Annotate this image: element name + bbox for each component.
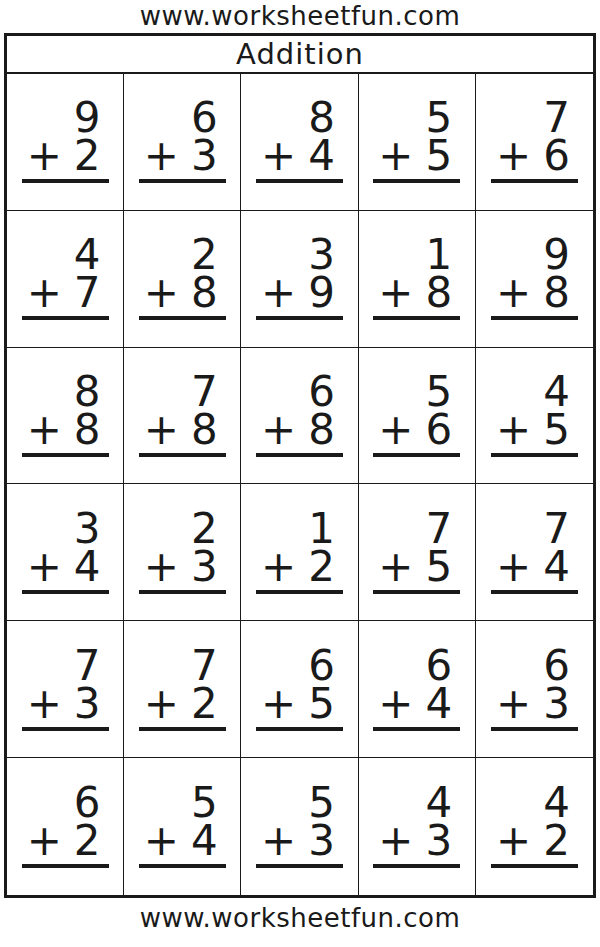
addition-problem: 5+5 — [373, 100, 460, 183]
problem-cell-r1c4: 5+5 — [359, 74, 476, 211]
bottom-addend: 4 — [425, 686, 452, 722]
problems-grid: 9+26+38+45+57+64+72+83+91+89+88+87+86+85… — [7, 74, 593, 895]
addition-problem: 8+4 — [256, 100, 343, 183]
bottom-row: +5 — [378, 549, 452, 585]
bottom-row: +3 — [144, 549, 218, 585]
bottom-row: +8 — [27, 412, 101, 448]
bottom-row: +9 — [261, 275, 335, 311]
problem-cell-r5c2: 7+2 — [124, 621, 241, 758]
plus-sign: + — [27, 686, 62, 722]
plus-sign: + — [261, 138, 296, 174]
bottom-addend: 3 — [191, 549, 218, 585]
bottom-row: +3 — [261, 823, 335, 859]
bottom-addend: 3 — [308, 823, 335, 859]
plus-sign: + — [261, 823, 296, 859]
plus-sign: + — [261, 549, 296, 585]
bottom-row: +8 — [144, 412, 218, 448]
bottom-addend: 5 — [425, 549, 452, 585]
bottom-addend: 8 — [74, 412, 101, 448]
bottom-addend: 3 — [543, 686, 570, 722]
bottom-addend: 2 — [543, 823, 570, 859]
bottom-row: +2 — [27, 138, 101, 174]
bottom-row: +2 — [144, 686, 218, 722]
problem-cell-r5c1: 7+3 — [7, 621, 124, 758]
addition-problem: 3+9 — [256, 237, 343, 320]
addition-problem: 7+5 — [373, 511, 460, 594]
bottom-addend: 3 — [425, 823, 452, 859]
plus-sign: + — [496, 412, 531, 448]
addition-problem: 6+3 — [491, 648, 578, 731]
problem-cell-r6c2: 5+4 — [124, 758, 241, 895]
addition-problem: 6+3 — [139, 100, 226, 183]
plus-sign: + — [144, 412, 179, 448]
problem-cell-r2c4: 1+8 — [359, 211, 476, 348]
addition-problem: 6+4 — [373, 648, 460, 731]
plus-sign: + — [378, 138, 413, 174]
plus-sign: + — [496, 138, 531, 174]
problem-cell-r2c3: 3+9 — [241, 211, 358, 348]
problem-cell-r4c1: 3+4 — [7, 484, 124, 621]
bottom-row: +8 — [261, 412, 335, 448]
problem-cell-r3c2: 7+8 — [124, 348, 241, 485]
bottom-row: +3 — [378, 823, 452, 859]
addition-problem: 9+8 — [491, 237, 578, 320]
bottom-row: +2 — [27, 823, 101, 859]
plus-sign: + — [261, 275, 296, 311]
problem-cell-r5c5: 6+3 — [476, 621, 593, 758]
bottom-addend: 5 — [425, 138, 452, 174]
bottom-row: +5 — [261, 686, 335, 722]
plus-sign: + — [144, 138, 179, 174]
problem-cell-r3c1: 8+8 — [7, 348, 124, 485]
problem-cell-r2c5: 9+8 — [476, 211, 593, 348]
bottom-addend: 9 — [308, 275, 335, 311]
problem-cell-r4c2: 2+3 — [124, 484, 241, 621]
problem-cell-r4c5: 7+4 — [476, 484, 593, 621]
bottom-addend: 8 — [191, 275, 218, 311]
problem-cell-r1c5: 7+6 — [476, 74, 593, 211]
addition-problem: 1+8 — [373, 237, 460, 320]
problem-cell-r3c4: 5+6 — [359, 348, 476, 485]
bottom-addend: 7 — [74, 275, 101, 311]
bottom-addend: 6 — [425, 412, 452, 448]
problem-cell-r4c3: 1+2 — [241, 484, 358, 621]
bottom-addend: 4 — [543, 549, 570, 585]
bottom-addend: 8 — [308, 412, 335, 448]
bottom-addend: 6 — [543, 138, 570, 174]
header-site-url: www.worksheetfun.com — [0, 1, 600, 31]
bottom-row: +5 — [496, 412, 570, 448]
bottom-addend: 4 — [74, 549, 101, 585]
plus-sign: + — [378, 549, 413, 585]
bottom-addend: 2 — [74, 823, 101, 859]
addition-problem: 5+4 — [139, 785, 226, 868]
problem-cell-r5c4: 6+4 — [359, 621, 476, 758]
bottom-row: +8 — [144, 275, 218, 311]
plus-sign: + — [27, 138, 62, 174]
problem-cell-r1c2: 6+3 — [124, 74, 241, 211]
plus-sign: + — [27, 549, 62, 585]
addition-problem: 6+2 — [22, 785, 109, 868]
bottom-addend: 4 — [308, 138, 335, 174]
footer-site-url: www.worksheetfun.com — [0, 903, 600, 933]
problem-cell-r3c3: 6+8 — [241, 348, 358, 485]
addition-problem: 3+4 — [22, 511, 109, 594]
bottom-addend: 4 — [191, 823, 218, 859]
addition-problem: 4+7 — [22, 237, 109, 320]
addition-problem: 4+2 — [491, 785, 578, 868]
plus-sign: + — [144, 686, 179, 722]
bottom-row: +2 — [261, 549, 335, 585]
addition-problem: 7+6 — [491, 100, 578, 183]
addition-problem: 7+4 — [491, 511, 578, 594]
addition-problem: 9+2 — [22, 100, 109, 183]
addition-problem: 5+3 — [256, 785, 343, 868]
bottom-addend: 3 — [74, 686, 101, 722]
problem-cell-r6c3: 5+3 — [241, 758, 358, 895]
bottom-row: +6 — [496, 138, 570, 174]
problem-cell-r6c5: 4+2 — [476, 758, 593, 895]
bottom-addend: 2 — [74, 138, 101, 174]
bottom-addend: 3 — [191, 138, 218, 174]
bottom-row: +2 — [496, 823, 570, 859]
addition-problem: 5+6 — [373, 374, 460, 457]
bottom-addend: 8 — [425, 275, 452, 311]
addition-problem: 6+8 — [256, 374, 343, 457]
bottom-addend: 2 — [308, 549, 335, 585]
bottom-row: +4 — [496, 549, 570, 585]
plus-sign: + — [496, 275, 531, 311]
addition-problem: 4+3 — [373, 785, 460, 868]
bottom-row: +4 — [378, 686, 452, 722]
worksheet-title: Addition — [7, 36, 593, 74]
problem-cell-r2c2: 2+8 — [124, 211, 241, 348]
plus-sign: + — [144, 275, 179, 311]
problem-cell-r6c1: 6+2 — [7, 758, 124, 895]
bottom-row: +6 — [378, 412, 452, 448]
worksheet-table: Addition 9+26+38+45+57+64+72+83+91+89+88… — [4, 33, 596, 898]
problem-cell-r6c4: 4+3 — [359, 758, 476, 895]
plus-sign: + — [496, 686, 531, 722]
addition-problem: 4+5 — [491, 374, 578, 457]
bottom-addend: 8 — [543, 275, 570, 311]
bottom-addend: 5 — [308, 686, 335, 722]
plus-sign: + — [378, 686, 413, 722]
bottom-row: +4 — [261, 138, 335, 174]
plus-sign: + — [378, 412, 413, 448]
bottom-row: +3 — [27, 686, 101, 722]
addition-problem: 1+2 — [256, 511, 343, 594]
problem-cell-r1c1: 9+2 — [7, 74, 124, 211]
addition-problem: 7+8 — [139, 374, 226, 457]
bottom-row: +5 — [378, 138, 452, 174]
plus-sign: + — [496, 549, 531, 585]
plus-sign: + — [27, 412, 62, 448]
bottom-addend: 2 — [191, 686, 218, 722]
plus-sign: + — [378, 823, 413, 859]
bottom-row: +8 — [496, 275, 570, 311]
plus-sign: + — [27, 823, 62, 859]
plus-sign: + — [378, 275, 413, 311]
problem-cell-r1c3: 8+4 — [241, 74, 358, 211]
bottom-row: +3 — [144, 138, 218, 174]
bottom-row: +4 — [27, 549, 101, 585]
addition-problem: 2+3 — [139, 511, 226, 594]
addition-problem: 7+3 — [22, 648, 109, 731]
bottom-row: +3 — [496, 686, 570, 722]
bottom-row: +4 — [144, 823, 218, 859]
bottom-addend: 5 — [543, 412, 570, 448]
addition-problem: 6+5 — [256, 648, 343, 731]
bottom-row: +7 — [27, 275, 101, 311]
plus-sign: + — [261, 686, 296, 722]
addition-problem: 7+2 — [139, 648, 226, 731]
addition-problem: 8+8 — [22, 374, 109, 457]
addition-problem: 2+8 — [139, 237, 226, 320]
problem-cell-r3c5: 4+5 — [476, 348, 593, 485]
problem-cell-r4c4: 7+5 — [359, 484, 476, 621]
bottom-row: +8 — [378, 275, 452, 311]
problem-cell-r2c1: 4+7 — [7, 211, 124, 348]
problem-cell-r5c3: 6+5 — [241, 621, 358, 758]
plus-sign: + — [27, 275, 62, 311]
plus-sign: + — [144, 823, 179, 859]
plus-sign: + — [144, 549, 179, 585]
bottom-addend: 8 — [191, 412, 218, 448]
plus-sign: + — [261, 412, 296, 448]
plus-sign: + — [496, 823, 531, 859]
